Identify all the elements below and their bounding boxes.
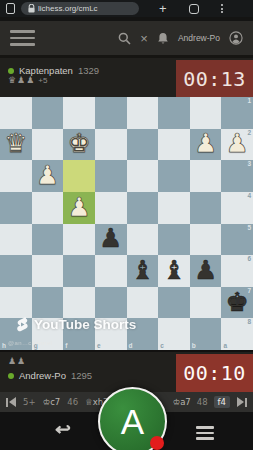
file-label: h xyxy=(2,343,6,350)
square-f2[interactable]: ♚ xyxy=(63,129,95,161)
square-h2[interactable]: ♛ xyxy=(0,129,32,161)
url-bar[interactable]: lichess.org/cmLc xyxy=(21,2,139,15)
black-bishop-c6[interactable]: ♝ xyxy=(162,257,185,283)
square-g7[interactable] xyxy=(32,287,64,319)
square-c7[interactable] xyxy=(158,287,190,319)
square-d4[interactable] xyxy=(127,192,159,224)
square-b2[interactable]: ♟ xyxy=(190,129,222,161)
square-h5[interactable] xyxy=(0,224,32,256)
black-king-a7[interactable]: ♚ xyxy=(226,289,249,315)
square-c2[interactable] xyxy=(158,129,190,161)
square-e7[interactable] xyxy=(95,287,127,319)
opponent-rating: 1329 xyxy=(78,65,99,76)
square-f5[interactable] xyxy=(63,224,95,256)
square-c5[interactable] xyxy=(158,224,190,256)
rank-label: 5 xyxy=(247,225,251,232)
lock-icon xyxy=(28,4,35,13)
square-h7[interactable] xyxy=(0,287,32,319)
square-h6[interactable] xyxy=(0,255,32,287)
rank-label: 4 xyxy=(247,193,251,200)
logged-in-username[interactable]: Andrew-Po xyxy=(178,33,220,43)
rank-label: 3 xyxy=(247,161,251,168)
file-label: a xyxy=(223,343,227,350)
square-d8[interactable]: d xyxy=(127,318,159,350)
url-text: lichess.org/cmLc xyxy=(38,4,98,13)
square-a7[interactable]: 7♚ xyxy=(221,287,253,319)
rank-label: 6 xyxy=(247,256,251,263)
square-c6[interactable]: ♝ xyxy=(158,255,190,287)
black-pawn-b6[interactable]: ♟ xyxy=(194,257,217,283)
new-tab-icon[interactable]: + xyxy=(159,2,167,15)
square-b8[interactable]: b xyxy=(190,318,222,350)
square-g6[interactable] xyxy=(32,255,64,287)
rank-label: 8 xyxy=(247,319,251,326)
square-c8[interactable]: c xyxy=(158,318,190,350)
online-dot xyxy=(8,68,14,74)
file-label: d xyxy=(129,343,133,350)
square-b7[interactable] xyxy=(190,287,222,319)
square-f1[interactable] xyxy=(63,97,95,129)
user-avatar-icon[interactable] xyxy=(229,31,243,45)
square-a1[interactable]: 1 xyxy=(221,97,253,129)
captured-piece-icon: ♟ xyxy=(26,76,34,85)
move[interactable]: ♔a7 xyxy=(173,398,191,407)
tab-switcher-icon[interactable] xyxy=(189,4,199,14)
square-c3[interactable] xyxy=(158,160,190,192)
square-f6[interactable] xyxy=(63,255,95,287)
square-a6[interactable]: 6 xyxy=(221,255,253,287)
player-clock: 00:10 xyxy=(176,354,253,392)
square-g4[interactable] xyxy=(32,192,64,224)
square-g2[interactable] xyxy=(32,129,64,161)
square-c4[interactable] xyxy=(158,192,190,224)
square-d6[interactable]: ♝ xyxy=(127,255,159,287)
square-c1[interactable] xyxy=(158,97,190,129)
captured-piece-icon: ♛ xyxy=(8,76,16,85)
white-pawn-g3[interactable]: ♟ xyxy=(36,162,59,188)
square-a5[interactable]: 5 xyxy=(221,224,253,256)
square-d7[interactable] xyxy=(127,287,159,319)
player-strip: ♟♟ Andrew-Po 1295 00:10 xyxy=(0,350,253,392)
screenshot-root: lichess.org/cmLc + × Andrew-Po xyxy=(0,0,253,450)
square-e8[interactable]: e xyxy=(95,318,127,350)
square-e2[interactable] xyxy=(95,129,127,161)
online-dot xyxy=(8,373,14,379)
hamburger-menu-icon[interactable] xyxy=(10,30,35,46)
square-e5[interactable]: ♟ xyxy=(95,224,127,256)
game-menu-button[interactable] xyxy=(196,426,214,440)
square-h3[interactable] xyxy=(0,160,32,192)
square-h4[interactable] xyxy=(0,192,32,224)
browser-tab-icon[interactable] xyxy=(6,3,15,14)
square-a4[interactable]: 4 xyxy=(221,192,253,224)
player-rating: 1295 xyxy=(71,370,92,381)
white-queen-h2[interactable]: ♛ xyxy=(4,130,27,156)
browser-menu-icon[interactable] xyxy=(221,4,223,13)
opponent-clock: 00:13 xyxy=(176,60,253,97)
site-header: × Andrew-Po xyxy=(0,21,253,55)
rank-label: 1 xyxy=(247,98,251,105)
square-d2[interactable] xyxy=(127,129,159,161)
square-d1[interactable] xyxy=(127,97,159,129)
black-pawn-e5[interactable]: ♟ xyxy=(99,225,122,251)
move-number[interactable]: 48 xyxy=(197,398,208,407)
move[interactable]: ♔c7 xyxy=(43,398,61,407)
square-f3[interactable] xyxy=(63,160,95,192)
file-label: f xyxy=(65,343,67,350)
move-number[interactable]: 5+ xyxy=(23,398,36,407)
channel-handle: @an…channel xyxy=(8,340,52,346)
captured-piece-icon: ♟ xyxy=(17,76,25,85)
square-e3[interactable] xyxy=(95,160,127,192)
skip-to-end-button[interactable] xyxy=(237,397,247,407)
white-pawn-f4[interactable]: ♟ xyxy=(67,194,90,220)
opponent-strip: Kaptenpaten 1329 ♛♟♟+5 00:13 xyxy=(0,55,253,97)
square-b3[interactable] xyxy=(190,160,222,192)
square-e1[interactable] xyxy=(95,97,127,129)
square-e6[interactable] xyxy=(95,255,127,287)
current-move[interactable]: f4 xyxy=(214,396,230,409)
avatar-letter: A xyxy=(121,402,144,442)
square-d5[interactable] xyxy=(127,224,159,256)
square-a3[interactable]: 3 xyxy=(221,160,253,192)
skip-to-start-button[interactable] xyxy=(6,397,16,407)
square-f4[interactable]: ♟ xyxy=(63,192,95,224)
black-bishop-d6[interactable]: ♝ xyxy=(131,257,154,283)
takeback-button[interactable]: ↩ xyxy=(55,419,71,440)
square-d3[interactable] xyxy=(127,160,159,192)
square-a2[interactable]: 2♟ xyxy=(221,129,253,161)
challenge-icon[interactable]: × xyxy=(140,32,148,45)
white-king-f2[interactable]: ♚ xyxy=(67,130,90,156)
square-g3[interactable]: ♟ xyxy=(32,160,64,192)
file-label: c xyxy=(160,343,164,350)
bell-icon[interactable] xyxy=(157,32,169,45)
square-b1[interactable] xyxy=(190,97,222,129)
square-g1[interactable] xyxy=(32,97,64,129)
square-b4[interactable] xyxy=(190,192,222,224)
player-name[interactable]: Andrew-Po xyxy=(19,370,66,381)
chess-board[interactable]: 1♛♚♟2♟♟3♟4♟5♝♝♟67♚hgfedcb8a xyxy=(0,97,253,350)
square-g5[interactable] xyxy=(32,224,64,256)
square-a8[interactable]: 8a xyxy=(221,318,253,350)
browser-bar: lichess.org/cmLc + xyxy=(0,0,253,17)
search-icon[interactable] xyxy=(118,32,131,45)
file-label: e xyxy=(97,343,101,350)
move-number[interactable]: 46 xyxy=(67,398,78,407)
square-b6[interactable]: ♟ xyxy=(190,255,222,287)
file-label: b xyxy=(192,343,196,350)
captured-piece-icon: ♟ xyxy=(17,357,25,366)
captured-piece-icon: ♟ xyxy=(8,357,16,366)
square-f7[interactable] xyxy=(63,287,95,319)
square-e4[interactable] xyxy=(95,192,127,224)
square-b5[interactable] xyxy=(190,224,222,256)
white-pawn-a2[interactable]: ♟ xyxy=(226,130,249,156)
square-h1[interactable] xyxy=(0,97,32,129)
recording-dot xyxy=(150,436,164,450)
white-pawn-b2[interactable]: ♟ xyxy=(194,130,217,156)
square-f8[interactable]: f xyxy=(63,318,95,350)
material-advantage: +5 xyxy=(38,76,47,85)
